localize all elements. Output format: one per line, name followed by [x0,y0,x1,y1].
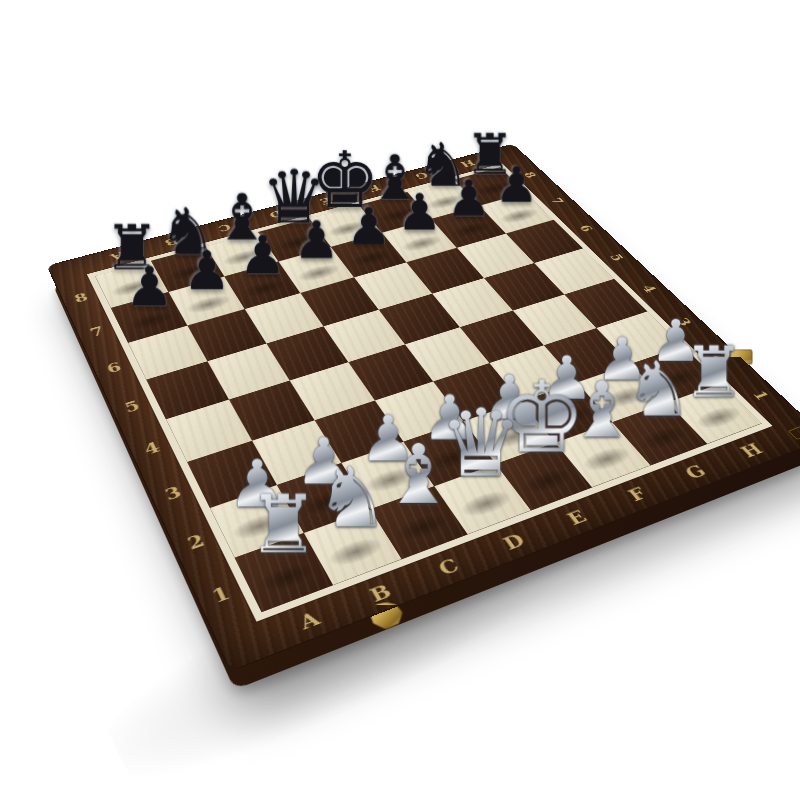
piece-black-pawn-h7[interactable]: ♟ [495,161,539,210]
rank-label-8: 8 [61,278,102,318]
piece-black-pawn-f7[interactable]: ♟ [397,187,442,237]
brass-emblem-icon [788,425,800,439]
piece-black-pawn-a7[interactable]: ♟ [125,260,174,315]
piece-white-bishop-c1[interactable]: ♝ [382,434,455,516]
piece-black-pawn-g7[interactable]: ♟ [447,174,492,224]
square-a1[interactable]: ♜ [235,533,333,612]
piece-black-pawn-d7[interactable]: ♟ [293,215,340,267]
photo-background: { "game": "chess", "scene": { "descripti… [0,0,800,800]
chess-board: ABCDEFGH ABCDEFGH 87654321 87654321 ♜♞♝♛… [47,144,800,672]
piece-white-knight-b1[interactable]: ♞ [315,457,390,540]
playing-area: ♜♞♝♛♚♝♞♜♟♟♟♟♟♟♟♟♟♟♟♟♟♟♟♟♜♞♝♛♚♝♞♜ [95,167,762,612]
piece-black-pawn-b7[interactable]: ♟ [183,244,231,298]
piece-black-pawn-e7[interactable]: ♟ [346,201,392,252]
scene: ABCDEFGH ABCDEFGH 87654321 87654321 ♜♞♝♛… [115,55,695,635]
piece-black-pawn-c7[interactable]: ♟ [239,229,286,282]
square-h4[interactable] [564,279,647,328]
piece-white-rook-a1[interactable]: ♜ [248,486,320,566]
